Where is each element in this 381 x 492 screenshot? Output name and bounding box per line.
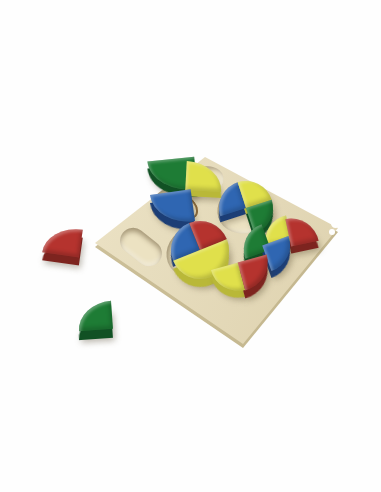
piece-loose-green[interactable] bbox=[77, 301, 113, 331]
edge-chip-0 bbox=[331, 219, 340, 228]
piece-loose-red[interactable] bbox=[42, 225, 83, 258]
edge-chip-1 bbox=[329, 229, 335, 235]
product-photo bbox=[0, 0, 381, 492]
